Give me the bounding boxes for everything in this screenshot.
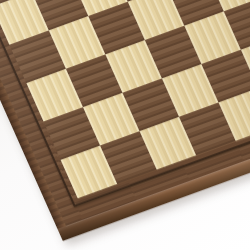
photo-background bbox=[0, 0, 250, 250]
chess-board bbox=[0, 0, 250, 226]
board-frame bbox=[0, 0, 250, 226]
